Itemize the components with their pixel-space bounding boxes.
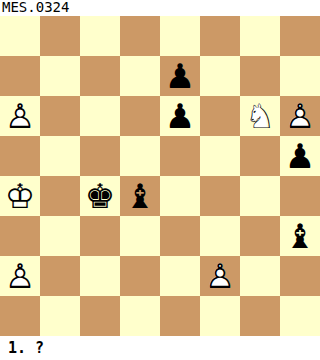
square-b8[interactable] <box>40 16 80 56</box>
square-d7[interactable] <box>120 56 160 96</box>
piece-black-pawn: ♟ <box>160 96 200 136</box>
square-f4[interactable] <box>200 176 240 216</box>
square-g6[interactable]: ♞♘ <box>240 96 280 136</box>
square-h4[interactable] <box>280 176 320 216</box>
chess-diagram: MES.0324 ♟♟♙♟♞♘♟♙♟♚♔♚♝♝♟♙♟♙ 1. ? <box>0 0 320 360</box>
puzzle-title: MES.0324 <box>2 0 69 16</box>
square-d6[interactable] <box>120 96 160 136</box>
square-f5[interactable] <box>200 136 240 176</box>
piece-outline: ♙ <box>0 256 40 296</box>
square-b3[interactable] <box>40 216 80 256</box>
square-g5[interactable] <box>240 136 280 176</box>
square-b7[interactable] <box>40 56 80 96</box>
square-a4[interactable]: ♚♔ <box>0 176 40 216</box>
piece-outline: ♙ <box>200 256 240 296</box>
square-d2[interactable] <box>120 256 160 296</box>
square-g1[interactable] <box>240 296 280 336</box>
square-e4[interactable] <box>160 176 200 216</box>
square-d8[interactable] <box>120 16 160 56</box>
square-e5[interactable] <box>160 136 200 176</box>
square-b6[interactable] <box>40 96 80 136</box>
square-f1[interactable] <box>200 296 240 336</box>
chess-board: ♟♟♙♟♞♘♟♙♟♚♔♚♝♝♟♙♟♙ <box>0 16 320 336</box>
piece-outline: ♙ <box>0 96 40 136</box>
square-c8[interactable] <box>80 16 120 56</box>
square-d1[interactable] <box>120 296 160 336</box>
square-e2[interactable] <box>160 256 200 296</box>
square-e8[interactable] <box>160 16 200 56</box>
square-d3[interactable] <box>120 216 160 256</box>
square-b4[interactable] <box>40 176 80 216</box>
piece-black-king: ♚ <box>80 176 120 216</box>
piece-black-bishop: ♝ <box>120 176 160 216</box>
square-c2[interactable] <box>80 256 120 296</box>
square-d4[interactable]: ♝ <box>120 176 160 216</box>
square-c1[interactable] <box>80 296 120 336</box>
square-f2[interactable]: ♟♙ <box>200 256 240 296</box>
square-f8[interactable] <box>200 16 240 56</box>
square-c6[interactable] <box>80 96 120 136</box>
piece-white-pawn: ♟♙ <box>0 96 40 136</box>
square-e7[interactable]: ♟ <box>160 56 200 96</box>
square-h3[interactable]: ♝ <box>280 216 320 256</box>
piece-white-pawn: ♟♙ <box>200 256 240 296</box>
square-e1[interactable] <box>160 296 200 336</box>
piece-white-pawn: ♟♙ <box>0 256 40 296</box>
square-f3[interactable] <box>200 216 240 256</box>
square-h5[interactable]: ♟ <box>280 136 320 176</box>
square-b1[interactable] <box>40 296 80 336</box>
square-h1[interactable] <box>280 296 320 336</box>
square-c7[interactable] <box>80 56 120 96</box>
piece-black-bishop: ♝ <box>280 216 320 256</box>
piece-white-knight: ♞♘ <box>240 96 280 136</box>
square-g2[interactable] <box>240 256 280 296</box>
piece-white-pawn: ♟♙ <box>280 96 320 136</box>
square-g3[interactable] <box>240 216 280 256</box>
square-a7[interactable] <box>0 56 40 96</box>
piece-black-pawn: ♟ <box>160 56 200 96</box>
square-b5[interactable] <box>40 136 80 176</box>
square-h7[interactable] <box>280 56 320 96</box>
move-prompt: 1. ? <box>8 336 44 360</box>
square-g4[interactable] <box>240 176 280 216</box>
square-g7[interactable] <box>240 56 280 96</box>
square-f7[interactable] <box>200 56 240 96</box>
square-a8[interactable] <box>0 16 40 56</box>
square-c3[interactable] <box>80 216 120 256</box>
square-b2[interactable] <box>40 256 80 296</box>
square-d5[interactable] <box>120 136 160 176</box>
square-a3[interactable] <box>0 216 40 256</box>
square-a2[interactable]: ♟♙ <box>0 256 40 296</box>
square-e6[interactable]: ♟ <box>160 96 200 136</box>
square-a1[interactable] <box>0 296 40 336</box>
square-e3[interactable] <box>160 216 200 256</box>
square-h8[interactable] <box>280 16 320 56</box>
piece-outline: ♘ <box>240 96 280 136</box>
square-c5[interactable] <box>80 136 120 176</box>
piece-outline: ♔ <box>0 176 40 216</box>
piece-outline: ♙ <box>280 96 320 136</box>
square-a6[interactable]: ♟♙ <box>0 96 40 136</box>
piece-black-pawn: ♟ <box>280 136 320 176</box>
square-f6[interactable] <box>200 96 240 136</box>
square-h6[interactable]: ♟♙ <box>280 96 320 136</box>
square-a5[interactable] <box>0 136 40 176</box>
square-g8[interactable] <box>240 16 280 56</box>
square-h2[interactable] <box>280 256 320 296</box>
square-c4[interactable]: ♚ <box>80 176 120 216</box>
piece-white-king: ♚♔ <box>0 176 40 216</box>
